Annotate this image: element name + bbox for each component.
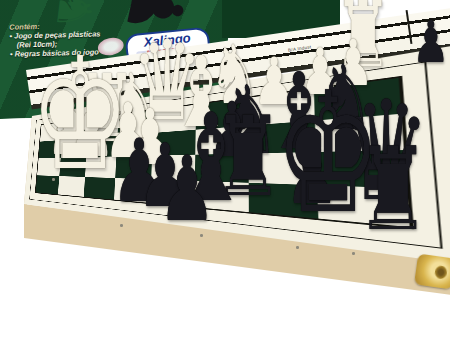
black-pawn: ♟ <box>158 144 216 234</box>
border-nail-dot <box>120 224 123 227</box>
black-pawn-on-hinge: ♟ <box>412 13 449 71</box>
brass-clasp <box>414 254 450 290</box>
product-photo-scene: Contém: • Jogo de peças plásticas (Rei 1… <box>0 0 450 337</box>
black-rook: ♜ <box>356 132 430 247</box>
border-nail-dot <box>352 252 355 255</box>
